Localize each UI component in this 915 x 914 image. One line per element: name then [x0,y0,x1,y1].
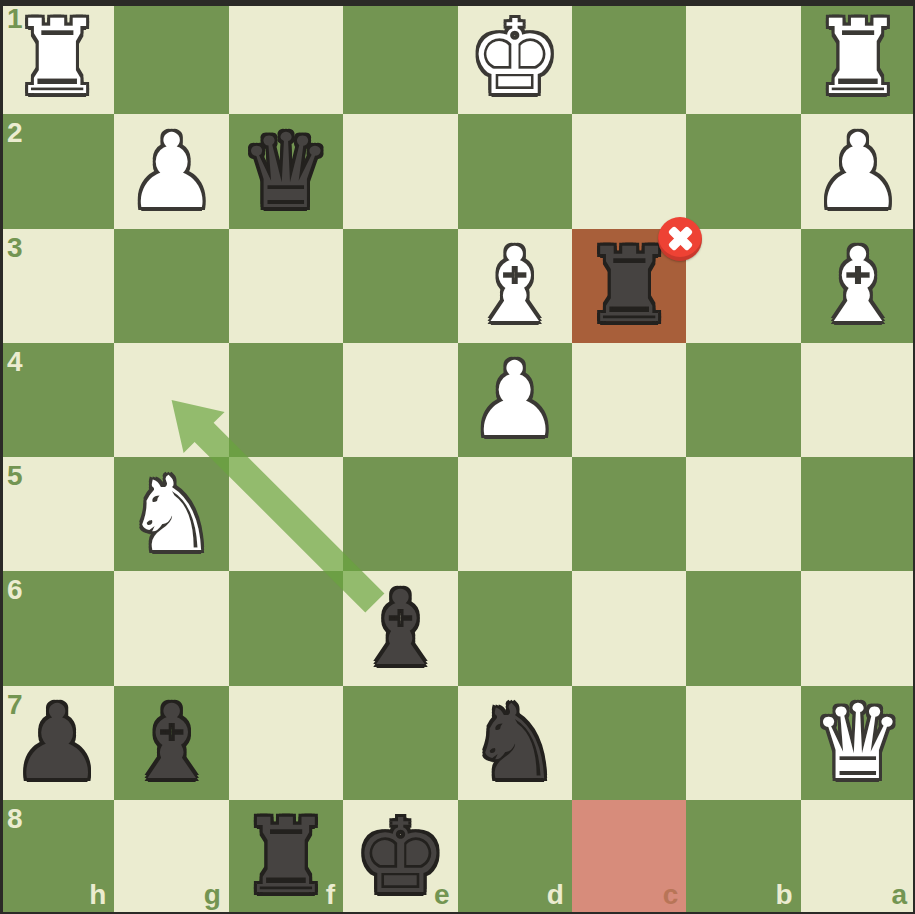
square-e5[interactable] [343,457,457,571]
rank-label-3: 3 [7,234,23,262]
white-knight-g5[interactable]: ♞ [114,457,228,571]
white-king-d1[interactable]: ♚ [458,0,572,114]
black-knight-d7[interactable]: ♞ [458,686,572,800]
square-e1[interactable] [343,0,457,114]
square-c8[interactable]: c [572,800,686,914]
square-b8[interactable]: b [686,800,800,914]
square-g1[interactable] [114,0,228,114]
black-queen-f2[interactable]: ♛ [229,114,343,228]
square-d5[interactable] [458,457,572,571]
square-f1[interactable] [229,0,343,114]
square-g4[interactable] [114,343,228,457]
square-f7[interactable] [229,686,343,800]
square-a8[interactable]: a [801,800,915,914]
square-a5[interactable] [801,457,915,571]
white-queen-a7[interactable]: ♛ [801,686,915,800]
rank-label-5: 5 [7,462,23,490]
wrong-move-x-icon [658,217,702,261]
white-pawn-d4[interactable]: ♟ [458,343,572,457]
white-bishop-d3[interactable]: ♝ [458,229,572,343]
black-king-e8[interactable]: ♚ [343,800,457,914]
black-bishop-g7[interactable]: ♝ [114,686,228,800]
rank-label-2: 2 [7,119,23,147]
black-bishop-e6[interactable]: ♝ [343,571,457,685]
square-c5[interactable] [572,457,686,571]
square-f4[interactable] [229,343,343,457]
square-h4[interactable]: 4 [0,343,114,457]
square-e2[interactable] [343,114,457,228]
square-f5[interactable] [229,457,343,571]
square-a4[interactable] [801,343,915,457]
square-e4[interactable] [343,343,457,457]
square-b3[interactable] [686,229,800,343]
square-b1[interactable] [686,0,800,114]
square-h6[interactable]: 6 [0,571,114,685]
square-g3[interactable] [114,229,228,343]
rank-label-6: 6 [7,576,23,604]
screenshot-edge-top [0,0,915,6]
black-pawn-h7[interactable]: ♟ [0,686,114,800]
square-h5[interactable]: 5 [0,457,114,571]
file-label-c: c [663,881,679,909]
square-d6[interactable] [458,571,572,685]
rank-label-8: 8 [7,805,23,833]
black-rook-f8[interactable]: ♜ [229,800,343,914]
square-g8[interactable]: g [114,800,228,914]
square-b2[interactable] [686,114,800,228]
file-label-g: g [204,881,221,909]
file-label-d: d [547,881,564,909]
white-rook-a1[interactable]: ♜ [801,0,915,114]
file-label-h: h [89,881,106,909]
white-pawn-a2[interactable]: ♟ [801,114,915,228]
square-e7[interactable] [343,686,457,800]
white-rook-h1[interactable]: ♜ [0,0,114,114]
square-e3[interactable] [343,229,457,343]
white-pawn-g2[interactable]: ♟ [114,114,228,228]
square-g6[interactable] [114,571,228,685]
square-c7[interactable] [572,686,686,800]
square-d8[interactable]: d [458,800,572,914]
file-label-a: a [891,881,907,909]
chess-board-screenshot: 12345678hgfedcba ♜♚♜♟♛♟♝♜♝♟♞♝♟♝♞♛♜♚ [0,0,915,914]
square-b6[interactable] [686,571,800,685]
square-h3[interactable]: 3 [0,229,114,343]
square-b4[interactable] [686,343,800,457]
square-c4[interactable] [572,343,686,457]
square-d2[interactable] [458,114,572,228]
square-b5[interactable] [686,457,800,571]
square-a6[interactable] [801,571,915,685]
square-h8[interactable]: 8h [0,800,114,914]
square-f6[interactable] [229,571,343,685]
square-c1[interactable] [572,0,686,114]
square-c2[interactable] [572,114,686,228]
square-b7[interactable] [686,686,800,800]
file-label-b: b [776,881,793,909]
screenshot-edge-left [0,0,3,914]
square-h2[interactable]: 2 [0,114,114,228]
square-c6[interactable] [572,571,686,685]
white-bishop-a3[interactable]: ♝ [801,229,915,343]
rank-label-4: 4 [7,348,23,376]
square-f3[interactable] [229,229,343,343]
